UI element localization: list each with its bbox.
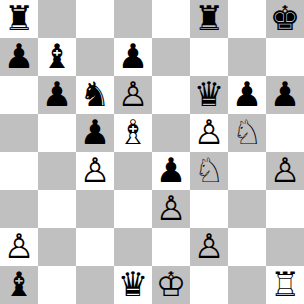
square-g3[interactable] (228, 190, 266, 228)
square-e7[interactable] (152, 38, 190, 76)
black-pawn: ♟ (232, 76, 262, 113)
white-pawn: ♙ (194, 228, 224, 265)
square-b5[interactable] (38, 114, 76, 152)
square-e2[interactable] (152, 228, 190, 266)
square-h1[interactable]: ♖ (266, 266, 304, 304)
square-a2[interactable]: ♙ (0, 228, 38, 266)
square-d4[interactable] (114, 152, 152, 190)
square-c1[interactable] (76, 266, 114, 304)
square-e1[interactable]: ♔ (152, 266, 190, 304)
square-a7[interactable]: ♟ (0, 38, 38, 76)
square-b1[interactable] (38, 266, 76, 304)
square-f3[interactable] (190, 190, 228, 228)
white-rook: ♖ (270, 266, 300, 303)
square-g5[interactable]: ♘ (228, 114, 266, 152)
square-d3[interactable] (114, 190, 152, 228)
white-pawn: ♙ (194, 114, 224, 151)
square-h5[interactable] (266, 114, 304, 152)
square-e8[interactable] (152, 0, 190, 38)
square-c4[interactable]: ♙ (76, 152, 114, 190)
white-pawn: ♙ (270, 152, 300, 189)
square-b7[interactable]: ♝ (38, 38, 76, 76)
square-c3[interactable] (76, 190, 114, 228)
square-e5[interactable] (152, 114, 190, 152)
square-f1[interactable] (190, 266, 228, 304)
square-g6[interactable]: ♟ (228, 76, 266, 114)
square-g1[interactable] (228, 266, 266, 304)
black-bishop: ♝ (42, 38, 72, 75)
square-c5[interactable]: ♟ (76, 114, 114, 152)
square-f2[interactable]: ♙ (190, 228, 228, 266)
square-f8[interactable]: ♜ (190, 0, 228, 38)
square-b3[interactable] (38, 190, 76, 228)
square-h8[interactable]: ♚ (266, 0, 304, 38)
black-king: ♚ (270, 0, 300, 37)
square-h7[interactable] (266, 38, 304, 76)
square-b8[interactable] (38, 0, 76, 38)
black-pawn: ♟ (4, 38, 34, 75)
square-h2[interactable] (266, 228, 304, 266)
square-c2[interactable] (76, 228, 114, 266)
black-knight: ♞ (80, 76, 110, 113)
square-d8[interactable] (114, 0, 152, 38)
square-h6[interactable]: ♟ (266, 76, 304, 114)
square-c6[interactable]: ♞ (76, 76, 114, 114)
white-bishop: ♗ (118, 114, 148, 151)
square-f6[interactable]: ♛ (190, 76, 228, 114)
black-queen: ♛ (118, 266, 148, 303)
square-b6[interactable]: ♟ (38, 76, 76, 114)
white-king: ♔ (156, 266, 186, 303)
black-pawn: ♟ (156, 152, 186, 189)
square-a1[interactable]: ♝ (0, 266, 38, 304)
square-h3[interactable] (266, 190, 304, 228)
square-d1[interactable]: ♛ (114, 266, 152, 304)
square-a4[interactable] (0, 152, 38, 190)
white-pawn: ♙ (80, 152, 110, 189)
white-knight: ♘ (232, 114, 262, 151)
square-d7[interactable]: ♟ (114, 38, 152, 76)
square-e3[interactable]: ♙ (152, 190, 190, 228)
square-a5[interactable] (0, 114, 38, 152)
black-rook: ♜ (4, 0, 34, 37)
black-bishop: ♝ (4, 266, 34, 303)
black-pawn: ♟ (80, 114, 110, 151)
chess-board: ♜♜♚♟♝♟♟♞♙♛♟♟♟♗♙♘♙♟♘♙♙♙♙♝♛♔♖ (0, 0, 304, 304)
square-a6[interactable] (0, 76, 38, 114)
square-e4[interactable]: ♟ (152, 152, 190, 190)
square-e6[interactable] (152, 76, 190, 114)
black-pawn: ♟ (118, 38, 148, 75)
square-c7[interactable] (76, 38, 114, 76)
square-d2[interactable] (114, 228, 152, 266)
white-pawn: ♙ (4, 228, 34, 265)
black-rook: ♜ (194, 0, 224, 37)
square-g4[interactable] (228, 152, 266, 190)
black-queen: ♛ (194, 76, 224, 113)
square-g8[interactable] (228, 0, 266, 38)
black-pawn: ♟ (42, 76, 72, 113)
square-c8[interactable] (76, 0, 114, 38)
square-d6[interactable]: ♙ (114, 76, 152, 114)
square-a8[interactable]: ♜ (0, 0, 38, 38)
white-knight: ♘ (194, 152, 224, 189)
black-pawn: ♟ (270, 76, 300, 113)
square-a3[interactable] (0, 190, 38, 228)
square-f5[interactable]: ♙ (190, 114, 228, 152)
square-g2[interactable] (228, 228, 266, 266)
square-b4[interactable] (38, 152, 76, 190)
square-h4[interactable]: ♙ (266, 152, 304, 190)
square-g7[interactable] (228, 38, 266, 76)
white-pawn: ♙ (118, 76, 148, 113)
square-b2[interactable] (38, 228, 76, 266)
square-f4[interactable]: ♘ (190, 152, 228, 190)
square-d5[interactable]: ♗ (114, 114, 152, 152)
white-pawn: ♙ (156, 190, 186, 227)
square-f7[interactable] (190, 38, 228, 76)
